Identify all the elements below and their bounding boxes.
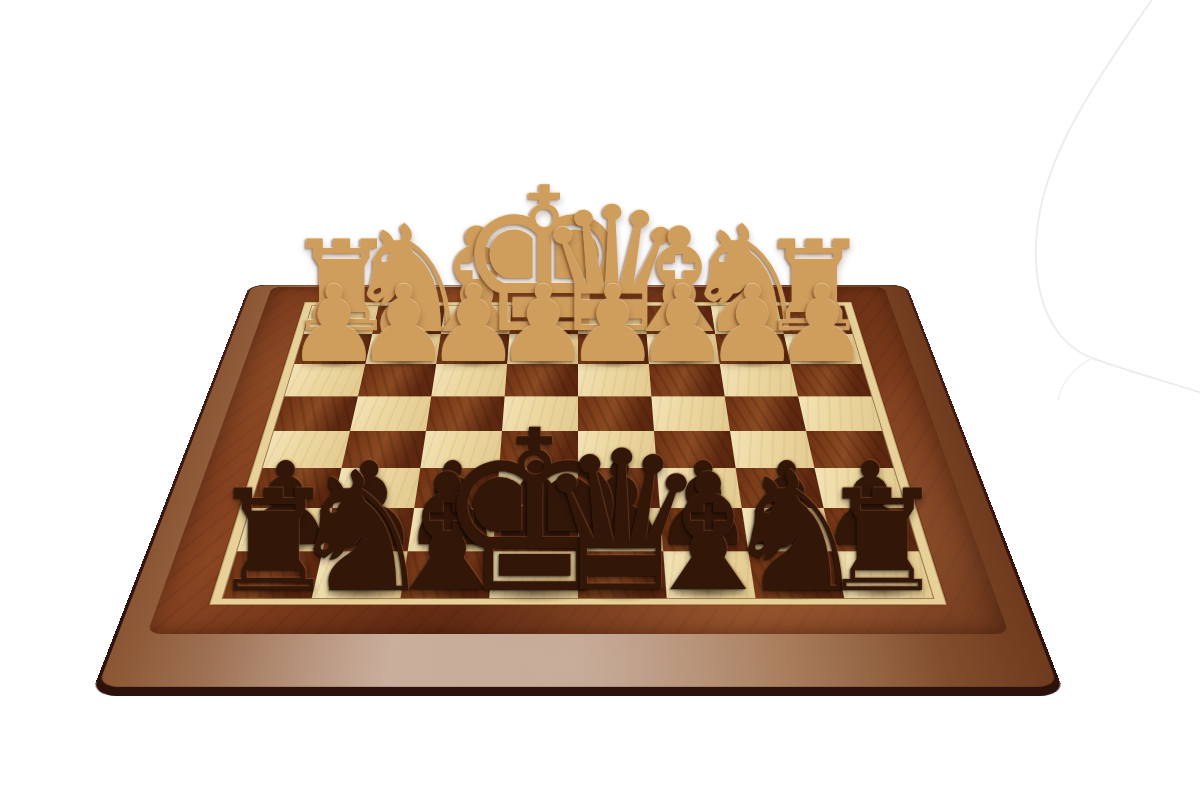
piece-black-rook-a8: ♜ <box>819 471 945 612</box>
piece-white-pawn-a2: ♟ <box>775 272 870 378</box>
piece-layer: ♜♞♝♚♛♝♞♜♟♟♟♟♟♟♟♟♟♟♟♟♟♟♟♟♜♞♝♚♛♝♞♜ <box>0 0 1200 800</box>
